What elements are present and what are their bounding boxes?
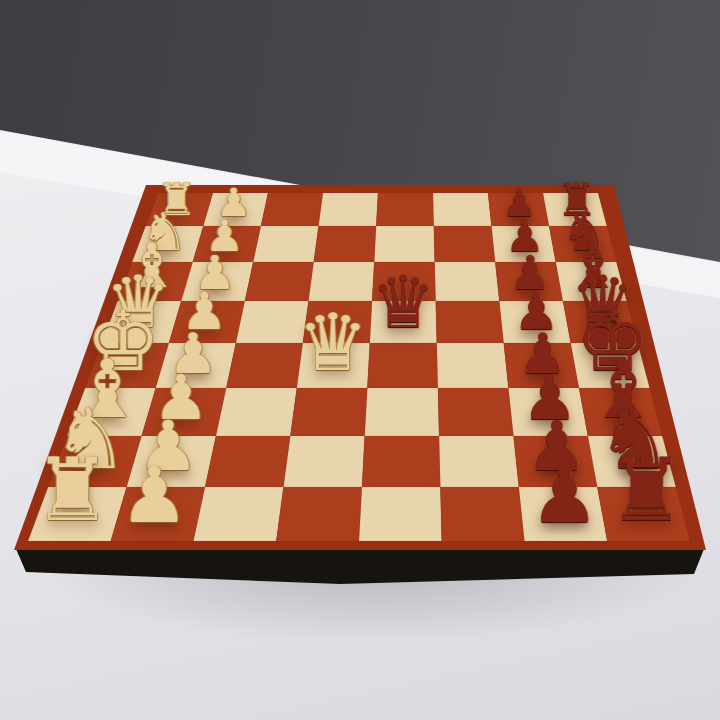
square-c4[interactable] xyxy=(308,262,374,301)
product-photo-scene: ♜♟♟♜♞♟♟♞♝♟♟♝♛♟♛♟♛♚♟♛♟♚♝♟♟♝♞♟♟♞♜♟♟♜ xyxy=(0,0,720,720)
piece-white-rook-h1[interactable]: ♜ xyxy=(34,448,112,535)
square-a4[interactable] xyxy=(319,193,378,226)
square-b4[interactable] xyxy=(314,226,376,262)
square-h3[interactable] xyxy=(194,487,284,541)
square-b6[interactable] xyxy=(434,226,495,262)
square-h5[interactable] xyxy=(359,487,442,541)
piece-white-pawn-h2[interactable]: ♟ xyxy=(120,457,189,534)
square-f6[interactable] xyxy=(438,388,514,436)
square-g5[interactable] xyxy=(362,436,440,487)
square-f5[interactable] xyxy=(365,388,439,436)
square-e3[interactable] xyxy=(226,343,303,388)
square-f4[interactable] xyxy=(290,388,367,436)
piece-red-rook-h8[interactable]: ♜ xyxy=(607,448,685,535)
piece-red-pawn-h7[interactable]: ♟ xyxy=(530,457,599,534)
square-a5[interactable] xyxy=(376,193,434,226)
square-e5[interactable] xyxy=(367,343,438,388)
square-h4[interactable] xyxy=(276,487,362,541)
square-f3[interactable] xyxy=(216,388,297,436)
square-e6[interactable] xyxy=(437,343,509,388)
square-g3[interactable] xyxy=(205,436,290,487)
square-b3[interactable] xyxy=(253,226,318,262)
piece-red-queen-d5[interactable]: ♛ xyxy=(371,266,436,338)
board-side-edge xyxy=(16,549,704,584)
square-a6[interactable] xyxy=(433,193,491,226)
square-c6[interactable] xyxy=(435,262,500,301)
square-b5[interactable] xyxy=(374,226,435,262)
square-g4[interactable] xyxy=(284,436,365,487)
square-c3[interactable] xyxy=(245,262,314,301)
square-h6[interactable] xyxy=(440,487,524,541)
piece-white-queen-e4[interactable]: ♛ xyxy=(297,304,368,383)
square-g6[interactable] xyxy=(439,436,519,487)
square-d6[interactable] xyxy=(436,301,504,343)
square-a3[interactable] xyxy=(261,193,323,226)
